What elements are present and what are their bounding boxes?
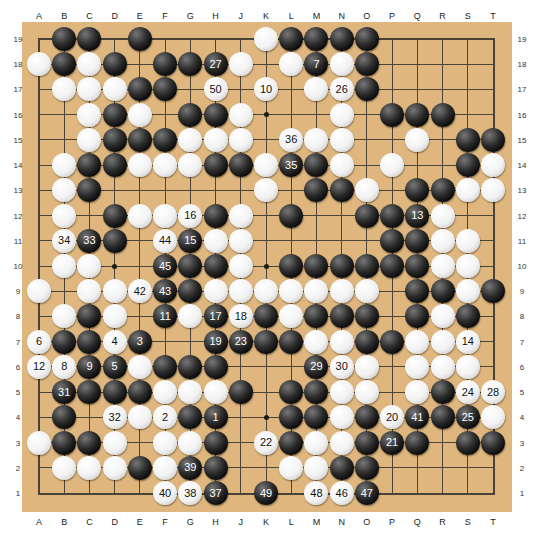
stone-L12 [279,204,303,228]
column-label-bottom-J: J [239,517,244,527]
move-number-5: 5 [112,361,118,372]
stone-P7 [380,330,404,354]
stone-J10 [229,254,253,278]
stone-O1: 47 [355,481,379,505]
stone-S6 [456,355,480,379]
stone-R13 [431,178,455,202]
stone-R4 [431,405,455,429]
stone-H9 [204,279,228,303]
stone-S3 [456,431,480,455]
row-label-left-13: 13 [14,186,23,195]
move-number-40: 40 [159,488,171,499]
move-number-16: 16 [184,210,196,221]
column-label-bottom-E: E [137,517,143,527]
move-number-34: 34 [58,235,70,246]
stone-N1: 46 [330,481,354,505]
stone-S13 [456,178,480,202]
column-label-top-T: T [490,11,496,21]
stone-E12 [128,204,152,228]
stone-B12 [52,204,76,228]
row-label-right-11: 11 [518,236,526,245]
column-label-top-O: O [363,11,370,21]
stone-P16 [380,103,404,127]
stone-F6 [153,355,177,379]
stone-A3 [27,431,51,455]
stone-R8 [431,304,455,328]
stone-R10 [431,254,455,278]
stone-D6: 5 [103,355,127,379]
stone-S10 [456,254,480,278]
stone-H5 [204,380,228,404]
stone-N16 [330,103,354,127]
move-number-3: 3 [137,336,143,347]
column-label-top-H: H [212,11,219,21]
stone-S5: 24 [456,380,480,404]
stone-P11 [380,229,404,253]
column-label-bottom-P: P [389,517,395,527]
move-number-21: 21 [386,437,398,448]
stone-T3 [481,431,505,455]
stone-S9 [456,279,480,303]
stone-J12 [229,204,253,228]
stone-E9: 42 [128,279,152,303]
move-number-46: 46 [336,488,348,499]
stone-S4: 25 [456,405,480,429]
stone-O7 [355,330,379,354]
row-label-left-7: 7 [16,337,20,346]
column-label-bottom-O: O [363,517,370,527]
move-number-11: 11 [159,311,170,322]
stone-E15 [128,128,152,152]
move-number-32: 32 [109,412,121,423]
move-number-26: 26 [336,84,348,95]
row-label-right-5: 5 [520,388,524,397]
star-point [264,112,269,117]
stone-Q12: 13 [405,204,429,228]
stone-J16 [229,103,253,127]
stone-O3 [355,431,379,455]
stone-B2 [52,456,76,480]
stone-H1: 37 [204,481,228,505]
move-number-22: 22 [260,437,272,448]
move-number-7: 7 [313,59,319,70]
stone-H12 [204,204,228,228]
stone-R16 [431,103,455,127]
column-label-top-L: L [289,11,294,21]
column-label-top-A: A [36,11,42,21]
move-number-4: 4 [112,336,118,347]
stone-Q3 [405,431,429,455]
stone-D9 [103,279,127,303]
stone-D14 [103,153,127,177]
stone-D5 [103,380,127,404]
stone-H7: 19 [204,330,228,354]
row-label-left-18: 18 [14,60,23,69]
row-label-left-17: 17 [14,85,23,94]
move-number-25: 25 [462,412,474,423]
move-number-41: 41 [411,412,423,423]
move-number-18: 18 [235,311,247,322]
row-label-left-15: 15 [14,135,23,144]
move-number-39: 39 [184,462,196,473]
row-label-right-14: 14 [518,161,527,170]
move-number-49: 49 [260,488,272,499]
row-label-right-15: 15 [518,135,527,144]
stone-N5 [330,380,354,404]
row-label-left-4: 4 [16,413,20,422]
stone-E2 [128,456,152,480]
row-label-left-10: 10 [14,262,23,271]
stone-D12 [103,204,127,228]
row-label-right-19: 19 [518,35,527,44]
stone-E7: 3 [128,330,152,354]
stone-D4: 32 [103,405,127,429]
column-label-top-S: S [465,11,471,21]
row-label-left-12: 12 [14,211,23,220]
stone-Q11 [405,229,429,253]
column-label-bottom-S: S [465,517,471,527]
row-label-left-3: 3 [16,438,20,447]
stone-G16 [178,103,202,127]
stone-J14 [229,153,253,177]
column-label-bottom-M: M [313,517,321,527]
stone-F15 [153,128,177,152]
stone-N18 [330,52,354,76]
stone-J7: 23 [229,330,253,354]
stone-B11: 34 [52,229,76,253]
stone-O6 [355,355,379,379]
stone-P12 [380,204,404,228]
stone-F3 [153,431,177,455]
row-label-right-12: 12 [518,211,527,220]
stone-H6 [204,355,228,379]
stone-N15 [330,128,354,152]
column-label-top-B: B [61,11,67,21]
column-label-bottom-B: B [61,517,67,527]
stone-H11 [204,229,228,253]
stone-O5 [355,380,379,404]
column-label-bottom-A: A [36,517,42,527]
stone-J5 [229,380,253,404]
row-label-left-14: 14 [14,161,23,170]
star-point [112,264,117,269]
row-label-left-11: 11 [14,236,22,245]
stone-T15 [481,128,505,152]
move-number-1: 1 [212,412,218,423]
column-label-bottom-D: D [111,517,118,527]
stone-K19 [254,27,278,51]
go-board-diagram: AABBCCDDEEFFGGHHJJKKLLMMNNOOPPQQRRSSTT19… [0,0,540,540]
move-number-9: 9 [86,361,92,372]
stone-F10: 45 [153,254,177,278]
stone-A6: 12 [27,355,51,379]
stone-D17 [103,77,127,101]
stone-R9 [431,279,455,303]
column-label-bottom-L: L [289,517,294,527]
stone-H2 [204,456,228,480]
row-label-left-16: 16 [14,110,23,119]
row-label-right-6: 6 [520,362,524,371]
stone-D2 [103,456,127,480]
stone-N10 [330,254,354,278]
move-number-23: 23 [235,336,247,347]
stone-F12 [153,204,177,228]
move-number-42: 42 [134,286,146,297]
stone-N19 [330,27,354,51]
move-number-24: 24 [462,387,474,398]
column-label-top-M: M [313,11,321,21]
stone-N13 [330,178,354,202]
stone-N7 [330,330,354,354]
row-label-right-13: 13 [518,186,527,195]
stone-C7 [77,330,101,354]
stone-P3: 21 [380,431,404,455]
move-number-47: 47 [361,488,373,499]
column-label-bottom-K: K [263,517,269,527]
column-label-top-P: P [389,11,395,21]
row-label-left-6: 6 [16,362,20,371]
row-label-right-18: 18 [518,60,527,69]
move-number-20: 20 [386,412,398,423]
column-label-top-E: E [137,11,143,21]
stone-B3 [52,431,76,455]
row-label-right-7: 7 [520,337,524,346]
stone-E14 [128,153,152,177]
stone-O18 [355,52,379,76]
stone-D3 [103,431,127,455]
column-label-bottom-H: H [212,517,219,527]
stone-T14 [481,153,505,177]
column-label-bottom-R: R [439,517,446,527]
stone-D8 [103,304,127,328]
move-number-37: 37 [209,488,221,499]
stone-R11 [431,229,455,253]
stone-H8: 17 [204,304,228,328]
stone-N8 [330,304,354,328]
column-label-bottom-N: N [338,517,345,527]
stone-L2 [279,456,303,480]
stone-S11 [456,229,480,253]
stone-E19 [128,27,152,51]
stone-E6 [128,355,152,379]
move-number-28: 28 [487,387,499,398]
stone-H17: 50 [204,77,228,101]
row-label-right-1: 1 [520,489,524,498]
row-label-right-10: 10 [518,262,527,271]
move-number-30: 30 [336,361,348,372]
stone-O12 [355,204,379,228]
stone-H4: 1 [204,405,228,429]
row-label-left-5: 5 [16,388,20,397]
column-label-top-D: D [111,11,118,21]
stone-F1: 40 [153,481,177,505]
move-number-36: 36 [285,134,297,145]
stone-H15 [204,128,228,152]
row-label-left-19: 19 [14,35,23,44]
row-label-left-8: 8 [16,312,20,321]
move-number-19: 19 [209,336,221,347]
stone-O2 [355,456,379,480]
column-label-top-R: R [439,11,446,21]
stone-K1: 49 [254,481,278,505]
stone-E16 [128,103,152,127]
stone-S7: 14 [456,330,480,354]
stone-J9 [229,279,253,303]
row-label-right-8: 8 [520,312,524,321]
stone-O10 [355,254,379,278]
column-label-top-C: C [86,11,93,21]
stone-B7 [52,330,76,354]
row-label-left-9: 9 [16,287,20,296]
column-label-top-N: N [338,11,345,21]
stone-D7: 4 [103,330,127,354]
column-label-top-F: F [162,11,168,21]
stone-L15: 36 [279,128,303,152]
stone-L3 [279,431,303,455]
move-number-43: 43 [159,286,171,297]
stone-L7 [279,330,303,354]
star-point [264,415,269,420]
stone-J15 [229,128,253,152]
move-number-48: 48 [310,488,322,499]
stone-J18 [229,52,253,76]
move-number-38: 38 [184,488,196,499]
row-label-right-3: 3 [520,438,524,447]
move-number-33: 33 [83,235,95,246]
move-number-15: 15 [184,235,196,246]
column-label-bottom-G: G [187,517,194,527]
stone-F11: 44 [153,229,177,253]
stone-R5 [431,380,455,404]
stone-H18: 27 [204,52,228,76]
move-number-44: 44 [159,235,171,246]
row-label-left-2: 2 [16,463,20,472]
stone-Q16 [405,103,429,127]
stone-G3 [178,431,202,455]
stone-S15 [456,128,480,152]
column-label-bottom-F: F [162,517,168,527]
stone-N2 [330,456,354,480]
move-number-12: 12 [33,361,45,372]
move-number-6: 6 [36,336,42,347]
move-number-8: 8 [61,361,67,372]
stone-T5: 28 [481,380,505,404]
stone-N4 [330,405,354,429]
stone-B6: 8 [52,355,76,379]
stone-G11: 15 [178,229,202,253]
star-point [264,264,269,269]
stone-N17: 26 [330,77,354,101]
stone-F2 [153,456,177,480]
stone-K3: 22 [254,431,278,455]
stone-G2: 39 [178,456,202,480]
stone-J11 [229,229,253,253]
stone-G12: 16 [178,204,202,228]
stone-K14 [254,153,278,177]
column-label-top-J: J [239,11,244,21]
row-label-right-2: 2 [520,463,524,472]
move-number-17: 17 [209,311,221,322]
row-label-right-16: 16 [518,110,527,119]
stone-M7 [304,330,328,354]
move-number-35: 35 [285,160,297,171]
stone-D16 [103,103,127,127]
move-number-50: 50 [209,84,221,95]
stone-D11 [103,229,127,253]
column-label-bottom-Q: Q [414,517,421,527]
row-label-right-4: 4 [520,413,524,422]
stone-H3 [204,431,228,455]
stone-H16 [204,103,228,127]
stone-D18 [103,52,127,76]
column-label-top-K: K [263,11,269,21]
column-label-top-Q: Q [414,11,421,21]
stone-D15 [103,128,127,152]
stone-A7: 6 [27,330,51,354]
stone-N6: 30 [330,355,354,379]
move-number-45: 45 [159,261,171,272]
move-number-14: 14 [462,336,474,347]
stone-H10 [204,254,228,278]
stone-R6 [431,355,455,379]
stone-N14 [330,153,354,177]
move-number-2: 2 [162,412,168,423]
stone-K7 [254,330,278,354]
stone-O9 [355,279,379,303]
move-number-10: 10 [260,84,272,95]
move-number-31: 31 [58,387,70,398]
stone-C3 [77,431,101,455]
column-label-bottom-T: T [490,517,496,527]
row-label-right-9: 9 [520,287,524,296]
stone-P10 [380,254,404,278]
row-label-right-17: 17 [518,85,527,94]
move-number-29: 29 [310,361,322,372]
column-label-bottom-C: C [86,517,93,527]
stone-S14 [456,153,480,177]
stone-R12 [431,204,455,228]
stone-E5 [128,380,152,404]
row-label-left-1: 1 [16,489,20,498]
stone-N9 [330,279,354,303]
stone-R7 [431,330,455,354]
stone-O19 [355,27,379,51]
stone-C16 [77,103,101,127]
stone-Q7 [405,330,429,354]
stone-N3 [330,431,354,455]
column-label-top-G: G [187,11,194,21]
stone-M3 [304,431,328,455]
move-number-13: 13 [411,210,423,221]
move-number-27: 27 [209,59,221,70]
stone-H14 [204,153,228,177]
